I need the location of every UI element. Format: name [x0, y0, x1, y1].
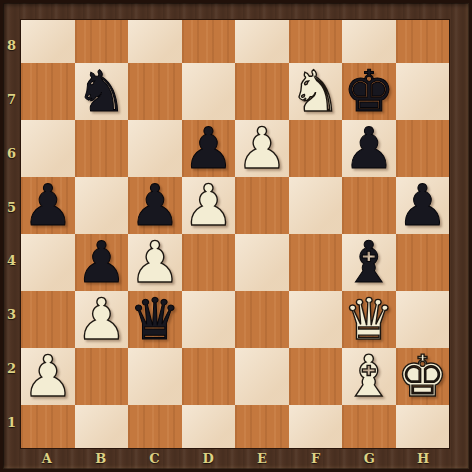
- file-label-h: H: [396, 449, 450, 468]
- square-g6[interactable]: ♟: [342, 120, 396, 177]
- square-a3[interactable]: [21, 291, 75, 348]
- square-g5[interactable]: [342, 177, 396, 234]
- piece-white-pawn[interactable]: ♟: [129, 234, 180, 291]
- square-e1[interactable]: [235, 405, 289, 448]
- square-b3[interactable]: ♟: [75, 291, 129, 348]
- square-h2[interactable]: ♚: [396, 348, 450, 405]
- square-c2[interactable]: [128, 348, 182, 405]
- square-f5[interactable]: [289, 177, 343, 234]
- square-d2[interactable]: [182, 348, 236, 405]
- chess-board-panel: 87654321 ABCDEFGH ♞♞♚♟♟♟♟♟♟♟♟♟♝♟♛♛♟♝♚: [0, 0, 472, 472]
- square-b2[interactable]: [75, 348, 129, 405]
- square-f7[interactable]: ♞: [289, 63, 343, 120]
- piece-black-pawn[interactable]: ♟: [343, 120, 394, 177]
- square-c1[interactable]: [128, 405, 182, 448]
- piece-black-pawn[interactable]: ♟: [22, 177, 73, 234]
- piece-black-pawn[interactable]: ♟: [183, 120, 234, 177]
- square-b4[interactable]: ♟: [75, 234, 129, 291]
- square-g7[interactable]: ♚: [342, 63, 396, 120]
- square-f6[interactable]: [289, 120, 343, 177]
- piece-white-pawn[interactable]: ♟: [183, 177, 234, 234]
- piece-black-king[interactable]: ♚: [343, 63, 394, 120]
- rank-label-6: 6: [3, 127, 20, 181]
- square-c5[interactable]: ♟: [128, 177, 182, 234]
- rank-label-2: 2: [3, 342, 20, 396]
- square-f4[interactable]: [289, 234, 343, 291]
- rank-label-5: 5: [3, 180, 20, 234]
- square-b5[interactable]: [75, 177, 129, 234]
- file-label-c: C: [128, 449, 182, 468]
- rank-label-8: 8: [3, 19, 20, 73]
- square-d6[interactable]: ♟: [182, 120, 236, 177]
- piece-black-queen[interactable]: ♛: [129, 291, 180, 348]
- piece-black-pawn[interactable]: ♟: [129, 177, 180, 234]
- file-label-a: A: [20, 449, 74, 468]
- square-g3[interactable]: ♛: [342, 291, 396, 348]
- square-h8[interactable]: [396, 20, 450, 63]
- square-g8[interactable]: [342, 20, 396, 63]
- piece-white-knight[interactable]: ♞: [290, 63, 341, 120]
- square-h3[interactable]: [396, 291, 450, 348]
- file-label-d: D: [181, 449, 235, 468]
- file-label-b: B: [74, 449, 128, 468]
- square-d1[interactable]: [182, 405, 236, 448]
- chess-board: ♞♞♚♟♟♟♟♟♟♟♟♟♝♟♛♛♟♝♚: [20, 19, 450, 449]
- square-b6[interactable]: [75, 120, 129, 177]
- square-e3[interactable]: [235, 291, 289, 348]
- square-d7[interactable]: [182, 63, 236, 120]
- rank-label-4: 4: [3, 234, 20, 288]
- piece-black-pawn[interactable]: ♟: [397, 177, 448, 234]
- square-c6[interactable]: [128, 120, 182, 177]
- square-g4[interactable]: ♝: [342, 234, 396, 291]
- file-label-g: G: [343, 449, 397, 468]
- square-c8[interactable]: [128, 20, 182, 63]
- piece-black-pawn[interactable]: ♟: [76, 234, 127, 291]
- square-c4[interactable]: ♟: [128, 234, 182, 291]
- square-c3[interactable]: ♛: [128, 291, 182, 348]
- piece-black-bishop[interactable]: ♝: [343, 234, 394, 291]
- piece-white-pawn[interactable]: ♟: [22, 348, 73, 405]
- square-b8[interactable]: [75, 20, 129, 63]
- square-h4[interactable]: [396, 234, 450, 291]
- piece-white-pawn[interactable]: ♟: [236, 120, 287, 177]
- square-f3[interactable]: [289, 291, 343, 348]
- square-h6[interactable]: [396, 120, 450, 177]
- square-d3[interactable]: [182, 291, 236, 348]
- square-a7[interactable]: [21, 63, 75, 120]
- rank-label-3: 3: [3, 288, 20, 342]
- rank-label-1: 1: [3, 395, 20, 449]
- square-h1[interactable]: [396, 405, 450, 448]
- piece-white-bishop[interactable]: ♝: [343, 348, 394, 405]
- piece-black-knight[interactable]: ♞: [76, 63, 127, 120]
- square-g1[interactable]: [342, 405, 396, 448]
- piece-white-king[interactable]: ♚: [397, 348, 448, 405]
- square-e2[interactable]: [235, 348, 289, 405]
- square-a4[interactable]: [21, 234, 75, 291]
- square-d5[interactable]: ♟: [182, 177, 236, 234]
- square-a8[interactable]: [21, 20, 75, 63]
- square-g2[interactable]: ♝: [342, 348, 396, 405]
- square-e8[interactable]: [235, 20, 289, 63]
- square-a2[interactable]: ♟: [21, 348, 75, 405]
- piece-white-queen[interactable]: ♛: [343, 291, 394, 348]
- piece-white-pawn[interactable]: ♟: [76, 291, 127, 348]
- file-labels: ABCDEFGH: [20, 449, 450, 468]
- square-b1[interactable]: [75, 405, 129, 448]
- rank-labels: 87654321: [3, 19, 20, 449]
- file-label-e: E: [235, 449, 289, 468]
- rank-label-7: 7: [3, 73, 20, 127]
- square-f8[interactable]: [289, 20, 343, 63]
- square-f1[interactable]: [289, 405, 343, 448]
- square-d8[interactable]: [182, 20, 236, 63]
- square-d4[interactable]: [182, 234, 236, 291]
- square-h5[interactable]: ♟: [396, 177, 450, 234]
- square-h7[interactable]: [396, 63, 450, 120]
- square-a6[interactable]: [21, 120, 75, 177]
- square-c7[interactable]: [128, 63, 182, 120]
- square-e5[interactable]: [235, 177, 289, 234]
- square-b7[interactable]: ♞: [75, 63, 129, 120]
- square-e7[interactable]: [235, 63, 289, 120]
- square-e4[interactable]: [235, 234, 289, 291]
- file-label-f: F: [289, 449, 343, 468]
- square-a1[interactable]: [21, 405, 75, 448]
- square-e6[interactable]: ♟: [235, 120, 289, 177]
- square-f2[interactable]: [289, 348, 343, 405]
- square-a5[interactable]: ♟: [21, 177, 75, 234]
